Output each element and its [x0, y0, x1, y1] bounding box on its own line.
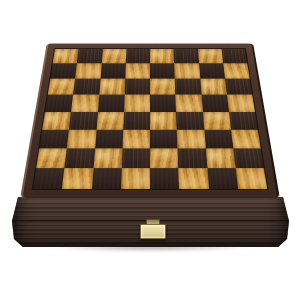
square-g7	[199, 63, 225, 78]
square-c5	[98, 95, 125, 112]
square-d4	[123, 112, 150, 130]
square-f8	[174, 49, 199, 64]
square-d7	[125, 63, 150, 78]
square-a3	[39, 129, 69, 148]
square-g8	[198, 49, 223, 64]
square-h1	[235, 168, 267, 189]
square-h2	[233, 148, 264, 168]
product-photo	[0, 0, 300, 300]
square-b8	[77, 49, 102, 64]
square-f5	[176, 95, 203, 112]
chess-board	[20, 44, 280, 199]
square-g1	[207, 168, 238, 189]
square-d1	[121, 168, 150, 189]
square-h8	[221, 49, 247, 64]
square-c8	[101, 49, 126, 64]
square-a2	[36, 148, 67, 168]
chess-case-front	[12, 197, 289, 247]
square-d8	[126, 49, 150, 64]
square-g5	[201, 95, 229, 112]
square-a6	[48, 79, 75, 95]
square-e6	[150, 79, 176, 95]
square-g4	[202, 112, 230, 130]
latch-plate	[140, 224, 166, 239]
square-a1	[33, 168, 65, 189]
square-b2	[65, 148, 95, 168]
square-b7	[75, 63, 101, 78]
square-g2	[205, 148, 235, 168]
square-f3	[177, 129, 205, 148]
square-b3	[67, 129, 96, 148]
square-c7	[100, 63, 126, 78]
square-c2	[93, 148, 122, 168]
square-a8	[53, 49, 79, 64]
square-b6	[73, 79, 100, 95]
square-c4	[96, 112, 124, 130]
square-g6	[200, 79, 227, 95]
square-f1	[178, 168, 208, 189]
square-h3	[231, 129, 261, 148]
square-e5	[150, 95, 176, 112]
square-e8	[150, 49, 174, 64]
square-d2	[122, 148, 150, 168]
square-h4	[229, 112, 258, 130]
square-h5	[227, 95, 255, 112]
square-b5	[71, 95, 99, 112]
square-h6	[225, 79, 252, 95]
board-grid	[33, 49, 267, 189]
square-e7	[150, 63, 175, 78]
square-h7	[223, 63, 250, 78]
square-a4	[42, 112, 71, 130]
square-e2	[150, 148, 178, 168]
square-e4	[150, 112, 177, 130]
square-b1	[62, 168, 93, 189]
square-c6	[99, 79, 125, 95]
brass-latch	[140, 219, 166, 239]
square-a7	[50, 63, 77, 78]
square-f6	[175, 79, 201, 95]
square-f7	[174, 63, 200, 78]
square-f4	[176, 112, 204, 130]
square-e1	[150, 168, 179, 189]
square-c3	[95, 129, 123, 148]
square-d3	[122, 129, 150, 148]
square-d6	[124, 79, 150, 95]
square-g3	[204, 129, 233, 148]
square-f2	[178, 148, 207, 168]
square-b4	[69, 112, 97, 130]
square-d5	[124, 95, 150, 112]
square-a5	[45, 95, 73, 112]
square-c1	[91, 168, 121, 189]
square-e3	[150, 129, 178, 148]
